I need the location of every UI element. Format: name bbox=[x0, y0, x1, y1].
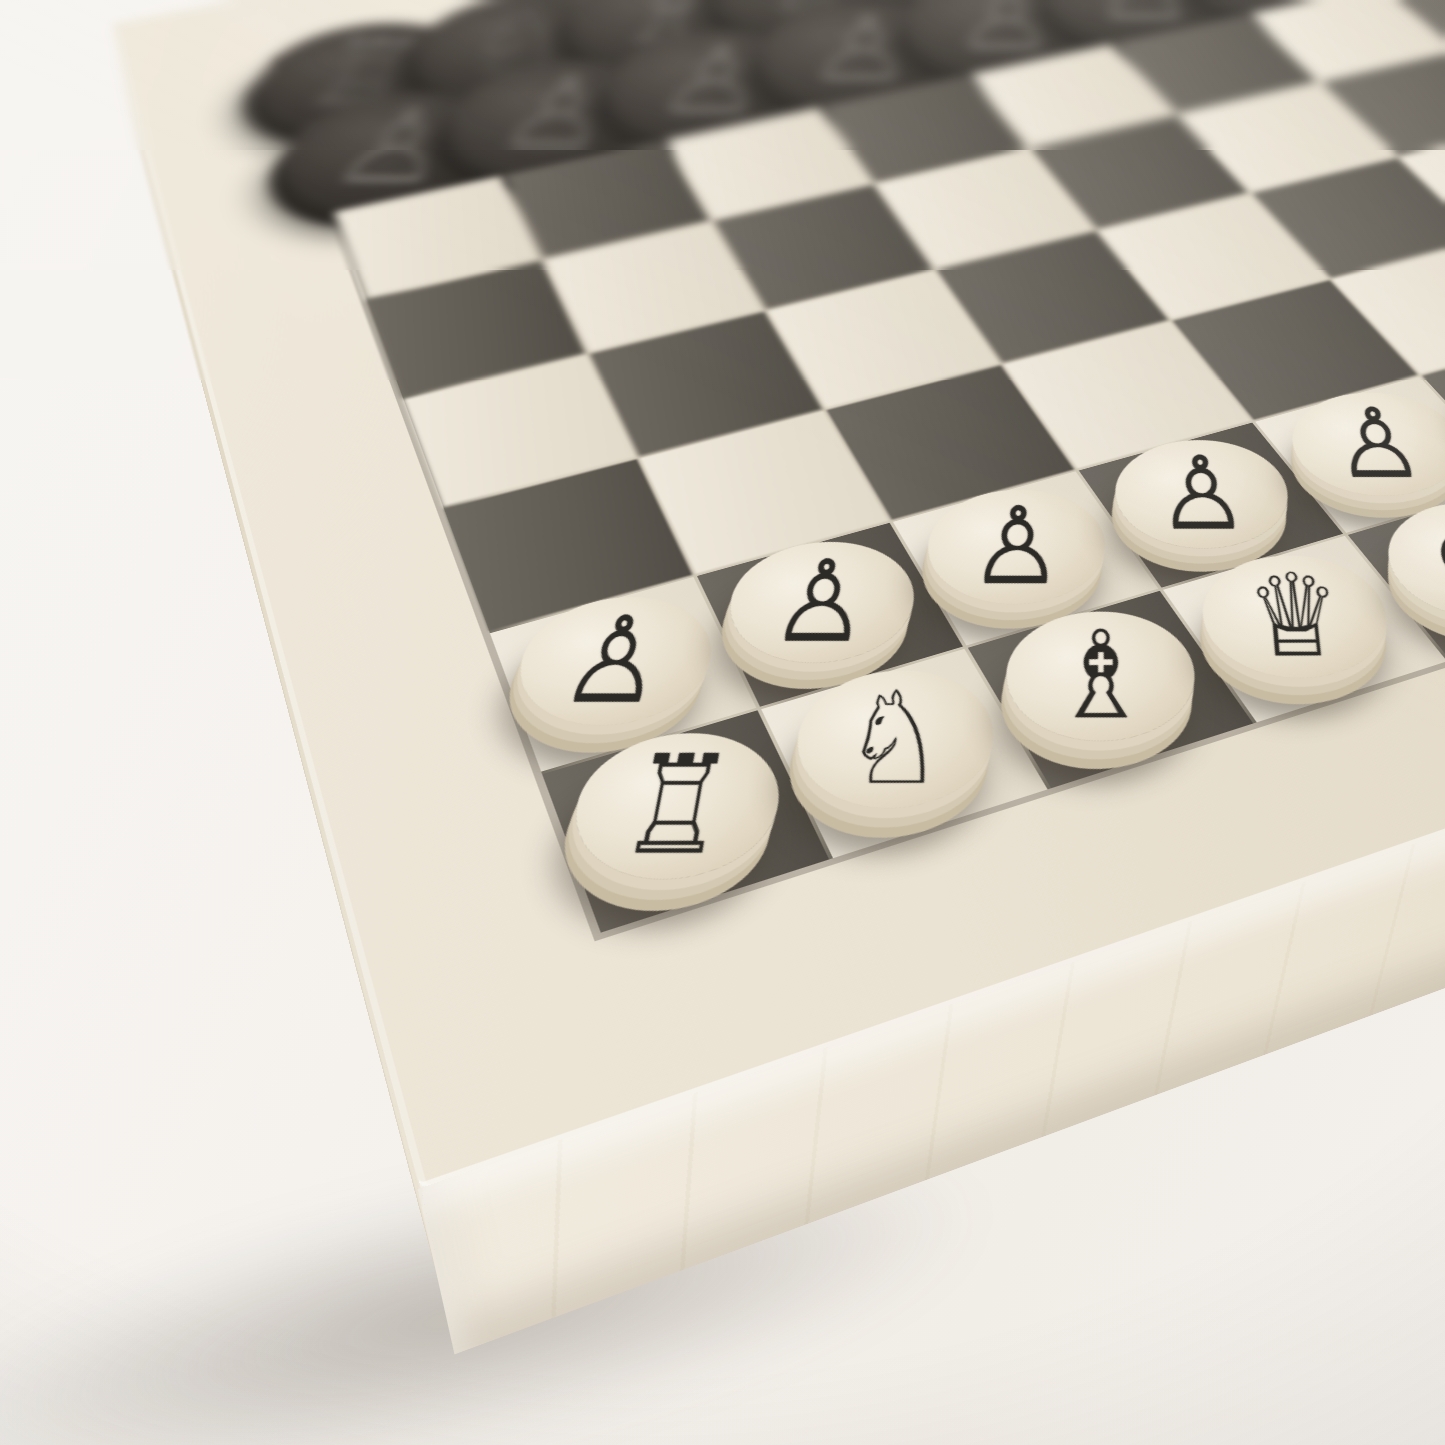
white-queen-d1: ♕ bbox=[1172, 537, 1420, 699]
square-b4 bbox=[590, 311, 823, 456]
square-a1: ♖ bbox=[542, 710, 829, 932]
square-d3 bbox=[1004, 322, 1251, 469]
square-b3 bbox=[640, 411, 888, 574]
piece-engraving-icon: ♕ bbox=[1193, 516, 1406, 725]
white-pawn-d2: ♙ bbox=[1088, 424, 1319, 568]
piece-engraving-icon: ♙ bbox=[1441, 316, 1445, 483]
square-c1: ♗ bbox=[968, 591, 1253, 788]
square-e2: ♙ bbox=[1255, 377, 1445, 534]
white-pawn-b2: ♙ bbox=[708, 524, 941, 684]
square-a5 bbox=[367, 260, 586, 397]
square-d4 bbox=[936, 231, 1168, 363]
chess-board: ♖♘♗♕♔♗♘♖♙♙♙♙♙♙♙♙♙♙♙♙♙♙♙♙♖♘♗♕♔♗♘♖ bbox=[111, 0, 1445, 1188]
piece-engraving-icon: ♘ bbox=[776, 626, 1002, 861]
piece-engraving-icon: ♙ bbox=[486, 556, 733, 774]
white-pawn-a2: ♙ bbox=[502, 578, 735, 747]
piece-engraving-icon: ♖ bbox=[542, 686, 799, 935]
scene: ♖♘♗♕♔♗♘♖♙♙♙♙♙♙♙♙♙♙♙♙♙♙♙♙♖♘♗♕♔♗♘♖ bbox=[0, 0, 1445, 1445]
white-king-e1: ♔ bbox=[1356, 485, 1445, 639]
white-knight-b1: ♘ bbox=[772, 650, 1022, 832]
square-f2: ♙ bbox=[1422, 332, 1445, 481]
marble-chess-set-photo: ♖♘♗♕♔♗♘♖♙♙♙♙♙♙♙♙♙♙♙♙♙♙♙♙♖♘♗♕♔♗♘♖ bbox=[0, 0, 1445, 1445]
square-b1: ♘ bbox=[761, 649, 1047, 858]
square-a4 bbox=[403, 355, 636, 508]
white-pawn-e2: ♙ bbox=[1263, 377, 1445, 513]
piece-engraving-icon: ♔ bbox=[1371, 465, 1445, 663]
piece-engraving-icon: ♙ bbox=[1280, 359, 1445, 535]
piece-engraving-icon: ♗ bbox=[996, 569, 1205, 790]
square-b2: ♙ bbox=[697, 523, 963, 707]
square-c4 bbox=[767, 270, 999, 408]
square-b5 bbox=[544, 222, 763, 352]
square-a2: ♙ bbox=[490, 577, 756, 772]
piece-engraving-icon: ♙ bbox=[1110, 405, 1302, 590]
piece-engraving-icon: ♙ bbox=[707, 503, 926, 709]
square-d2: ♙ bbox=[1078, 423, 1342, 588]
square-a3 bbox=[444, 459, 692, 631]
square-d1: ♕ bbox=[1163, 536, 1445, 722]
square-e3 bbox=[1172, 280, 1418, 420]
square-c2: ♙ bbox=[893, 472, 1158, 646]
piece-engraving-icon: ♙ bbox=[915, 452, 1111, 647]
square-c3 bbox=[826, 365, 1074, 520]
white-rook-a1: ♖ bbox=[554, 711, 805, 904]
square-e1: ♔ bbox=[1347, 484, 1445, 660]
white-pawn-f2: ♙ bbox=[1430, 333, 1445, 463]
square-f3 bbox=[1333, 241, 1445, 374]
board-surface: ♖♘♗♕♔♗♘♖♙♙♙♙♙♙♙♙♙♙♙♙♙♙♙♙♖♘♗♕♔♗♘♖ bbox=[277, 0, 1445, 933]
white-bishop-c1: ♗ bbox=[978, 592, 1228, 764]
white-pawn-c2: ♙ bbox=[903, 472, 1135, 624]
